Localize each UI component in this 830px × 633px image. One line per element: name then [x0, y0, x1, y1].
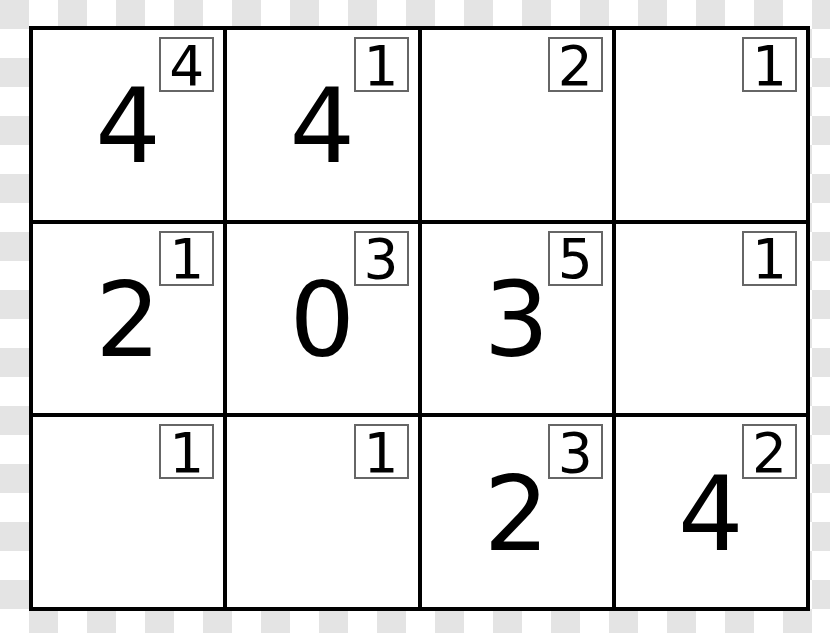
cell-r2c2: 23: [422, 417, 612, 607]
cell-r0c0: 44: [33, 30, 223, 220]
corner-clue-box: 2: [548, 37, 603, 92]
corner-clue-box: 1: [159, 231, 214, 286]
cell-value: 0: [290, 269, 356, 372]
corner-clue-value: 1: [752, 39, 787, 94]
cell-r1c1: 03: [227, 224, 417, 414]
cell-r2c3: 42: [616, 417, 806, 607]
corner-clue-value: 3: [558, 426, 593, 481]
cell-value: 2: [95, 269, 161, 372]
cell-r1c3: 1: [616, 224, 806, 414]
corner-clue-value: 1: [169, 232, 204, 287]
corner-clue-box: 5: [548, 231, 603, 286]
corner-clue-box: 1: [159, 424, 214, 479]
cell-r1c2: 35: [422, 224, 612, 414]
cell-value: 4: [290, 75, 356, 178]
corner-clue-box: 1: [354, 424, 409, 479]
cell-value: 3: [484, 269, 550, 372]
corner-clue-value: 1: [752, 232, 787, 287]
cell-value: 2: [484, 463, 550, 566]
corner-clue-box: 2: [742, 424, 797, 479]
corner-clue-box: 3: [548, 424, 603, 479]
corner-clue-value: 1: [364, 39, 399, 94]
cell-r0c2: 2: [422, 30, 612, 220]
cell-r1c0: 21: [33, 224, 223, 414]
corner-clue-value: 5: [558, 232, 593, 287]
corner-clue-value: 1: [169, 426, 204, 481]
cell-r2c0: 1: [33, 417, 223, 607]
cell-r0c3: 1: [616, 30, 806, 220]
corner-clue-value: 2: [752, 426, 787, 481]
cell-r0c1: 41: [227, 30, 417, 220]
corner-clue-box: 1: [354, 37, 409, 92]
cell-value: 4: [678, 463, 744, 566]
puzzle-grid: 4441212103351112342: [29, 26, 810, 611]
corner-clue-value: 1: [364, 426, 399, 481]
cell-value: 4: [95, 75, 161, 178]
corner-clue-box: 4: [159, 37, 214, 92]
corner-clue-value: 3: [364, 232, 399, 287]
corner-clue-box: 1: [742, 37, 797, 92]
corner-clue-value: 4: [169, 39, 204, 94]
corner-clue-box: 1: [742, 231, 797, 286]
cell-r2c1: 1: [227, 417, 417, 607]
corner-clue-box: 3: [354, 231, 409, 286]
corner-clue-value: 2: [558, 39, 593, 94]
